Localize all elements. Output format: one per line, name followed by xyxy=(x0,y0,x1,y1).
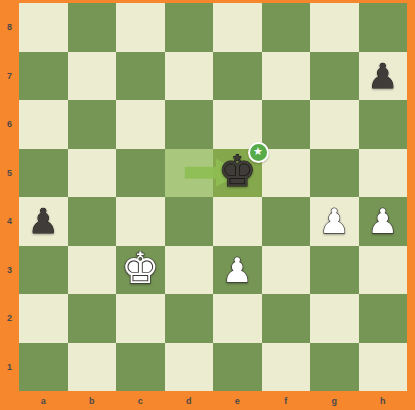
square-g7[interactable] xyxy=(310,52,359,101)
chess-analysis-screen: { "game": "chess", "position": "8/7p/8/4… xyxy=(0,0,415,410)
square-b5[interactable] xyxy=(68,149,117,198)
square-d1[interactable] xyxy=(165,343,214,392)
square-f8[interactable] xyxy=(262,3,311,52)
square-c2[interactable] xyxy=(116,294,165,343)
square-e2[interactable] xyxy=(213,294,262,343)
square-f1[interactable] xyxy=(262,343,311,392)
star-glyph: ★ xyxy=(253,146,263,157)
square-e4[interactable] xyxy=(213,197,262,246)
rank-label-7: 7 xyxy=(0,71,19,81)
square-d8[interactable] xyxy=(165,3,214,52)
square-b6[interactable] xyxy=(68,100,117,149)
piece-black-pawn-h7[interactable]: ♟ xyxy=(368,59,398,93)
rank-labels: 87654321 xyxy=(0,3,19,391)
square-h1[interactable] xyxy=(359,343,408,392)
square-g4[interactable]: ♟ xyxy=(310,197,359,246)
file-label-h: h xyxy=(359,396,408,406)
rank-label-2: 2 xyxy=(0,313,19,323)
rank-label-8: 8 xyxy=(0,22,19,32)
board-squares: ♟♚★♟♟♟♚♟ xyxy=(19,3,407,391)
best-move-star-icon: ★ xyxy=(248,142,269,163)
square-f7[interactable] xyxy=(262,52,311,101)
square-b3[interactable] xyxy=(68,246,117,295)
piece-white-pawn-e3[interactable]: ♟ xyxy=(222,253,252,287)
chess-board: ♟♚★♟♟♟♚♟ xyxy=(19,3,407,391)
piece-white-pawn-h4[interactable]: ♟ xyxy=(368,204,398,238)
square-b1[interactable] xyxy=(68,343,117,392)
square-g2[interactable] xyxy=(310,294,359,343)
file-label-d: d xyxy=(165,396,214,406)
square-d2[interactable] xyxy=(165,294,214,343)
piece-white-king-c3[interactable]: ♚ xyxy=(121,247,160,290)
square-d3[interactable] xyxy=(165,246,214,295)
square-c8[interactable] xyxy=(116,3,165,52)
file-label-c: c xyxy=(116,396,165,406)
square-h5[interactable] xyxy=(359,149,408,198)
file-label-f: f xyxy=(262,396,311,406)
file-labels: abcdefgh xyxy=(19,391,407,410)
square-g5[interactable] xyxy=(310,149,359,198)
square-d7[interactable] xyxy=(165,52,214,101)
square-d6[interactable] xyxy=(165,100,214,149)
file-label-e: e xyxy=(213,396,262,406)
square-e6[interactable] xyxy=(213,100,262,149)
square-b4[interactable] xyxy=(68,197,117,246)
square-g6[interactable] xyxy=(310,100,359,149)
rank-label-4: 4 xyxy=(0,216,19,226)
square-e3[interactable]: ♟ xyxy=(213,246,262,295)
square-d4[interactable] xyxy=(165,197,214,246)
rank-label-3: 3 xyxy=(0,265,19,275)
square-a4[interactable]: ♟ xyxy=(19,197,68,246)
square-h6[interactable] xyxy=(359,100,408,149)
square-f4[interactable] xyxy=(262,197,311,246)
rank-label-1: 1 xyxy=(0,362,19,372)
square-c7[interactable] xyxy=(116,52,165,101)
square-g3[interactable] xyxy=(310,246,359,295)
square-a5[interactable] xyxy=(19,149,68,198)
file-label-a: a xyxy=(19,396,68,406)
file-label-g: g xyxy=(310,396,359,406)
square-a3[interactable] xyxy=(19,246,68,295)
rank-label-5: 5 xyxy=(0,168,19,178)
square-b2[interactable] xyxy=(68,294,117,343)
square-e8[interactable] xyxy=(213,3,262,52)
square-g8[interactable] xyxy=(310,3,359,52)
square-a8[interactable] xyxy=(19,3,68,52)
square-a1[interactable] xyxy=(19,343,68,392)
square-d5[interactable] xyxy=(165,149,214,198)
square-f3[interactable] xyxy=(262,246,311,295)
square-b7[interactable] xyxy=(68,52,117,101)
square-f2[interactable] xyxy=(262,294,311,343)
square-h3[interactable] xyxy=(359,246,408,295)
rank-label-6: 6 xyxy=(0,119,19,129)
square-c4[interactable] xyxy=(116,197,165,246)
square-b8[interactable] xyxy=(68,3,117,52)
square-c5[interactable] xyxy=(116,149,165,198)
square-f5[interactable] xyxy=(262,149,311,198)
square-c1[interactable] xyxy=(116,343,165,392)
square-g1[interactable] xyxy=(310,343,359,392)
square-e1[interactable] xyxy=(213,343,262,392)
square-c6[interactable] xyxy=(116,100,165,149)
square-h8[interactable] xyxy=(359,3,408,52)
square-h2[interactable] xyxy=(359,294,408,343)
square-a7[interactable] xyxy=(19,52,68,101)
piece-black-pawn-a4[interactable]: ♟ xyxy=(28,204,58,238)
piece-white-pawn-g4[interactable]: ♟ xyxy=(319,204,349,238)
square-a6[interactable] xyxy=(19,100,68,149)
square-e7[interactable] xyxy=(213,52,262,101)
square-h4[interactable]: ♟ xyxy=(359,197,408,246)
square-c3[interactable]: ♚ xyxy=(116,246,165,295)
square-h7[interactable]: ♟ xyxy=(359,52,408,101)
file-label-b: b xyxy=(68,396,117,406)
square-e5[interactable]: ♚★ xyxy=(213,149,262,198)
square-f6[interactable] xyxy=(262,100,311,149)
square-a2[interactable] xyxy=(19,294,68,343)
